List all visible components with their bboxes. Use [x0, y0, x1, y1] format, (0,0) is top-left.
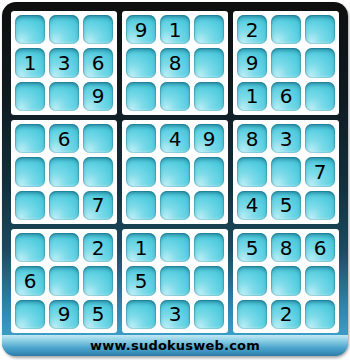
cell-r5c3[interactable] [83, 157, 113, 186]
cell-r2c5[interactable]: 8 [160, 48, 190, 77]
cell-r5c2[interactable] [49, 157, 79, 186]
cell-r9c2[interactable]: 9 [49, 300, 79, 329]
cell-r5c8[interactable] [271, 157, 301, 186]
cell-r1c1[interactable] [15, 15, 45, 44]
cell-r2c7[interactable]: 9 [237, 48, 267, 77]
cell-r5c7[interactable] [237, 157, 267, 186]
cell-r2c3[interactable]: 6 [83, 48, 113, 77]
cell-r4c3[interactable] [83, 124, 113, 153]
box-1-3: 2916 [233, 11, 339, 115]
cell-r7c6[interactable] [194, 233, 224, 262]
cell-r1c5[interactable]: 1 [160, 15, 190, 44]
cell-r8c3[interactable] [83, 266, 113, 295]
cell-r6c6[interactable] [194, 191, 224, 220]
cell-r8c6[interactable] [194, 266, 224, 295]
cell-r4c2[interactable]: 6 [49, 124, 79, 153]
cell-r1c9[interactable] [305, 15, 335, 44]
cell-r2c6[interactable] [194, 48, 224, 77]
cell-r6c8[interactable]: 5 [271, 191, 301, 220]
cell-r4c7[interactable]: 8 [237, 124, 267, 153]
cell-r8c8[interactable] [271, 266, 301, 295]
cell-r8c7[interactable] [237, 266, 267, 295]
cell-r1c4[interactable]: 9 [126, 15, 156, 44]
board-plaque: 1369918291667498374526951535862 www.sudo… [2, 2, 348, 356]
box-1-1: 1369 [11, 11, 117, 115]
footer-band: www.sudokusweb.com [2, 335, 348, 356]
cell-r2c9[interactable] [305, 48, 335, 77]
cell-r8c1[interactable]: 6 [15, 266, 45, 295]
cell-r2c2[interactable]: 3 [49, 48, 79, 77]
cell-r4c1[interactable] [15, 124, 45, 153]
cell-r6c5[interactable] [160, 191, 190, 220]
cell-r4c5[interactable]: 4 [160, 124, 190, 153]
cell-r3c4[interactable] [126, 82, 156, 111]
cell-r7c2[interactable] [49, 233, 79, 262]
cell-r7c8[interactable]: 8 [271, 233, 301, 262]
cell-r7c4[interactable]: 1 [126, 233, 156, 262]
cell-r5c4[interactable] [126, 157, 156, 186]
cell-r4c9[interactable] [305, 124, 335, 153]
cell-r1c3[interactable] [83, 15, 113, 44]
cell-r7c5[interactable] [160, 233, 190, 262]
cell-r1c8[interactable] [271, 15, 301, 44]
cell-r9c1[interactable] [15, 300, 45, 329]
cell-r9c4[interactable] [126, 300, 156, 329]
cell-r8c2[interactable] [49, 266, 79, 295]
cell-r7c9[interactable]: 6 [305, 233, 335, 262]
cell-r5c1[interactable] [15, 157, 45, 186]
sudoku-board: 1369918291667498374526951535862 [11, 11, 339, 333]
cell-r4c6[interactable]: 9 [194, 124, 224, 153]
cell-r2c8[interactable] [271, 48, 301, 77]
cell-r9c8[interactable]: 2 [271, 300, 301, 329]
cell-r5c5[interactable] [160, 157, 190, 186]
cell-r6c3[interactable]: 7 [83, 191, 113, 220]
cell-r1c2[interactable] [49, 15, 79, 44]
cell-r5c6[interactable] [194, 157, 224, 186]
site-url-label: www.sudokusweb.com [90, 338, 260, 353]
box-3-3: 5862 [233, 229, 339, 333]
box-3-2: 153 [122, 229, 228, 333]
box-2-1: 67 [11, 120, 117, 224]
cell-r6c4[interactable] [126, 191, 156, 220]
cell-r6c1[interactable] [15, 191, 45, 220]
cell-r5c9[interactable]: 7 [305, 157, 335, 186]
cell-r3c2[interactable] [49, 82, 79, 111]
cell-r9c5[interactable]: 3 [160, 300, 190, 329]
cell-r4c8[interactable]: 3 [271, 124, 301, 153]
cell-r9c3[interactable]: 5 [83, 300, 113, 329]
cell-r9c6[interactable] [194, 300, 224, 329]
cell-r6c7[interactable]: 4 [237, 191, 267, 220]
cell-r6c9[interactable] [305, 191, 335, 220]
cell-r8c4[interactable]: 5 [126, 266, 156, 295]
cell-r3c6[interactable] [194, 82, 224, 111]
cell-r3c3[interactable]: 9 [83, 82, 113, 111]
box-2-3: 83745 [233, 120, 339, 224]
cell-r6c2[interactable] [49, 191, 79, 220]
cell-r8c5[interactable] [160, 266, 190, 295]
cell-r9c7[interactable] [237, 300, 267, 329]
box-2-2: 49 [122, 120, 228, 224]
box-3-1: 2695 [11, 229, 117, 333]
cell-r3c5[interactable] [160, 82, 190, 111]
cell-r7c1[interactable] [15, 233, 45, 262]
cell-r3c9[interactable] [305, 82, 335, 111]
sudoku-page: 1369918291667498374526951535862 www.sudo… [0, 0, 350, 360]
cell-r7c3[interactable]: 2 [83, 233, 113, 262]
box-1-2: 918 [122, 11, 228, 115]
cell-r3c7[interactable]: 1 [237, 82, 267, 111]
cell-r3c1[interactable] [15, 82, 45, 111]
cell-r4c4[interactable] [126, 124, 156, 153]
cell-r2c4[interactable] [126, 48, 156, 77]
cell-r1c6[interactable] [194, 15, 224, 44]
cell-r7c7[interactable]: 5 [237, 233, 267, 262]
cell-r2c1[interactable]: 1 [15, 48, 45, 77]
cell-r1c7[interactable]: 2 [237, 15, 267, 44]
cell-r9c9[interactable] [305, 300, 335, 329]
cell-r3c8[interactable]: 6 [271, 82, 301, 111]
cell-r8c9[interactable] [305, 266, 335, 295]
